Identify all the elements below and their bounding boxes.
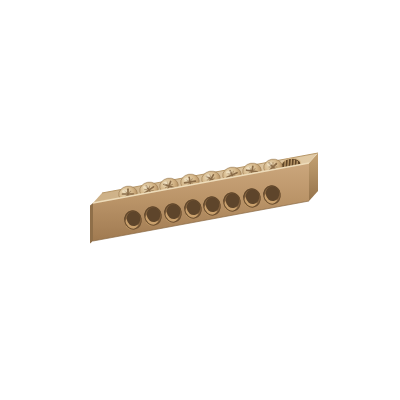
bar-left-end-face — [90, 203, 93, 244]
terminal-bar-illustration — [0, 0, 400, 400]
product-photo: Brass 8-way neutral earth terminal busba… — [0, 0, 400, 400]
